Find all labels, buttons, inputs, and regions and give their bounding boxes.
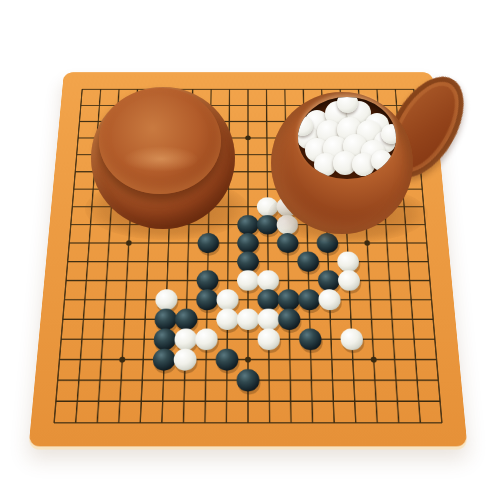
- star-point: [245, 357, 251, 363]
- white-stone: [216, 289, 238, 310]
- grid-line-v: [266, 89, 269, 422]
- open-go-bowl: [271, 92, 413, 234]
- open-bowl-opening: [298, 97, 396, 179]
- bowl-white-stone: [337, 97, 358, 113]
- product-photo-canvas: [0, 0, 500, 500]
- closed-bowl-lid: [99, 88, 221, 194]
- white-stone: [237, 270, 259, 291]
- star-point: [371, 357, 377, 363]
- lid-sheen-highlight: [123, 146, 199, 172]
- black-stone: [216, 349, 239, 371]
- star-point: [245, 136, 250, 141]
- bowl-white-stone: [371, 150, 392, 171]
- white-stone: [258, 328, 281, 350]
- grid-line-v: [54, 89, 82, 422]
- bowl-white-stone: [381, 124, 396, 144]
- star-point: [126, 240, 132, 245]
- black-stone: [257, 289, 279, 310]
- white-stone: [237, 309, 259, 330]
- white-stone: [257, 309, 279, 330]
- black-stone: [237, 233, 259, 253]
- black-stone: [237, 252, 259, 272]
- board-perspective-wrapper: [48, 43, 448, 443]
- black-stone: [237, 369, 260, 392]
- star-point: [119, 357, 125, 363]
- closed-go-bowl: [91, 87, 235, 229]
- white-stone: [216, 309, 238, 330]
- white-stone: [257, 270, 279, 291]
